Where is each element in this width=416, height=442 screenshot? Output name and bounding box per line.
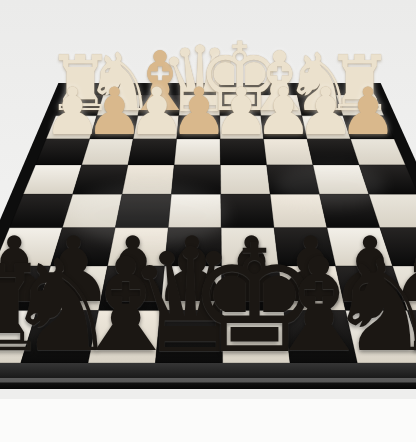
square-b2[interactable]	[90, 116, 138, 139]
chess-board	[0, 0, 416, 442]
square-c1[interactable]	[138, 95, 181, 116]
square-d7[interactable]	[160, 266, 222, 311]
square-e1[interactable]	[220, 95, 261, 116]
square-d8[interactable]	[155, 311, 222, 363]
square-g2[interactable]	[302, 116, 351, 139]
square-e7[interactable]	[222, 266, 284, 311]
square-c8[interactable]	[88, 311, 160, 363]
square-a1[interactable]	[56, 95, 103, 116]
square-f3[interactable]	[264, 139, 313, 165]
square-d3[interactable]	[174, 139, 220, 165]
square-g1[interactable]	[297, 95, 343, 116]
square-f8[interactable]	[284, 311, 358, 363]
square-e6[interactable]	[221, 228, 278, 266]
frame-front-face	[0, 363, 416, 389]
square-e2[interactable]	[220, 116, 264, 139]
square-e5[interactable]	[221, 194, 274, 227]
square-e8[interactable]	[222, 311, 290, 363]
square-b3[interactable]	[82, 139, 134, 165]
board-shadow	[0, 389, 416, 399]
square-d2[interactable]	[177, 116, 221, 139]
square-b1[interactable]	[97, 95, 142, 116]
square-e3[interactable]	[220, 139, 267, 165]
frame-reflective-strip	[0, 378, 416, 383]
light-reflection	[275, 163, 385, 207]
square-g3[interactable]	[307, 139, 359, 165]
square-d1[interactable]	[179, 95, 220, 116]
square-e4[interactable]	[221, 165, 271, 194]
chess-photo-scene: ♜♞♝♛♚♝♞♜♟♟♟♟♟♟♟♟♟♟♟♟♟♟♟♟♜♞♝♛♚♝♞♜	[0, 0, 416, 442]
light-reflection	[72, 185, 228, 245]
square-f7[interactable]	[279, 266, 346, 311]
square-c3[interactable]	[128, 139, 177, 165]
square-f6[interactable]	[274, 228, 336, 266]
square-c7[interactable]	[99, 266, 165, 311]
square-g8[interactable]	[346, 311, 416, 363]
square-c2[interactable]	[133, 116, 179, 139]
square-f2[interactable]	[261, 116, 307, 139]
square-f1[interactable]	[259, 95, 302, 116]
